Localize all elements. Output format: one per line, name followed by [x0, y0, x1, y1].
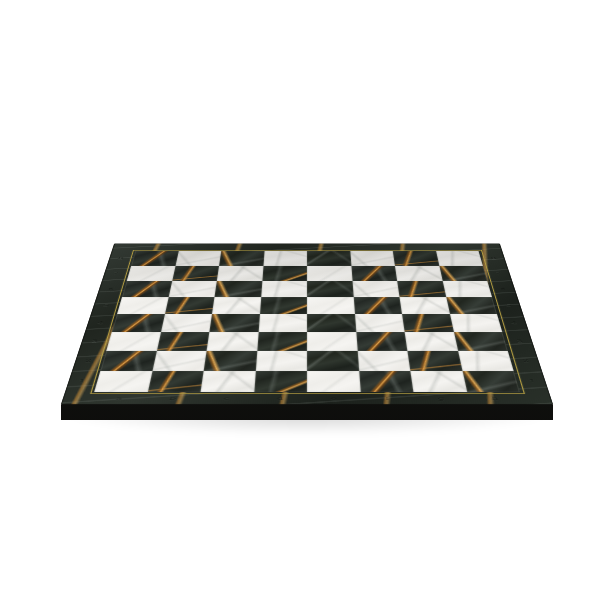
square-f4	[355, 314, 405, 332]
rank-label-3: 3	[80, 332, 109, 351]
square-e1	[307, 371, 360, 392]
square-g4	[402, 314, 453, 332]
rank-label-8: 8	[481, 251, 506, 266]
square-b3	[156, 332, 209, 351]
square-a8	[131, 251, 178, 266]
square-a1	[94, 371, 152, 392]
square-a6	[122, 281, 172, 297]
square-b7	[172, 266, 219, 281]
square-d1	[254, 371, 307, 392]
square-g5	[400, 297, 450, 314]
file-label-a: a	[91, 393, 148, 404]
square-b2	[152, 351, 207, 371]
square-a4	[112, 314, 165, 332]
file-label-g: g	[414, 393, 470, 404]
square-c5	[212, 297, 261, 314]
square-d2	[255, 351, 307, 371]
square-h3	[453, 332, 507, 351]
square-e7	[307, 266, 352, 281]
rank-label-4: 4	[500, 314, 528, 332]
square-f6	[352, 281, 399, 297]
square-a5	[117, 297, 168, 314]
rank-label-4: 4	[86, 314, 114, 332]
square-h2	[458, 351, 514, 371]
square-h4	[450, 314, 503, 332]
square-a2	[100, 351, 156, 371]
square-f5	[353, 297, 402, 314]
file-label-c: c	[199, 393, 254, 404]
square-b4	[161, 314, 212, 332]
square-g7	[395, 266, 442, 281]
square-g3	[405, 332, 458, 351]
rank-label-6: 6	[98, 281, 124, 297]
square-d3	[257, 332, 307, 351]
square-d6	[261, 281, 307, 297]
square-b6	[168, 281, 217, 297]
square-c8	[219, 251, 264, 266]
square-f7	[351, 266, 397, 281]
square-h5	[446, 297, 497, 314]
square-h7	[439, 266, 487, 281]
square-d7	[262, 266, 307, 281]
square-f1	[359, 371, 414, 392]
rank-label-5: 5	[495, 297, 522, 314]
rank-label-1: 1	[66, 371, 97, 392]
square-a3	[106, 332, 160, 351]
square-e2	[307, 351, 359, 371]
rank-label-7: 7	[103, 266, 128, 281]
square-a7	[127, 266, 175, 281]
file-label-b: b	[145, 393, 201, 404]
rank-label-2: 2	[73, 351, 103, 371]
chessboard: 87654321 87654321 abcdefgh	[61, 243, 553, 404]
file-label-h: h	[467, 393, 524, 404]
rank-label-2: 2	[511, 351, 541, 371]
square-b1	[147, 371, 203, 392]
chessboard-squares	[94, 251, 520, 392]
square-d4	[258, 314, 307, 332]
square-c6	[214, 281, 261, 297]
file-label-f: f	[360, 393, 415, 404]
square-c4	[209, 314, 259, 332]
square-d5	[260, 297, 308, 314]
rank-label-7: 7	[486, 266, 511, 281]
square-e5	[307, 297, 355, 314]
square-g6	[397, 281, 446, 297]
square-c1	[201, 371, 256, 392]
square-f3	[356, 332, 408, 351]
rank-label-1: 1	[517, 371, 548, 392]
square-g8	[393, 251, 439, 266]
square-b8	[175, 251, 221, 266]
square-c2	[204, 351, 257, 371]
square-h8	[436, 251, 483, 266]
file-label-d: d	[253, 393, 307, 404]
square-e4	[307, 314, 356, 332]
rank-label-6: 6	[490, 281, 516, 297]
square-c7	[217, 266, 263, 281]
file-label-e: e	[307, 393, 361, 404]
square-h1	[462, 371, 520, 392]
square-c3	[207, 332, 259, 351]
board-scene: 87654321 87654321 abcdefgh	[91, 98, 523, 530]
rank-label-3: 3	[505, 332, 534, 351]
rank-label-5: 5	[92, 297, 119, 314]
square-f8	[350, 251, 395, 266]
square-d8	[263, 251, 307, 266]
square-g1	[410, 371, 466, 392]
file-labels-bottom: abcdefgh	[91, 393, 524, 404]
square-h6	[442, 281, 492, 297]
square-b5	[165, 297, 215, 314]
square-e6	[307, 281, 353, 297]
square-e8	[307, 251, 351, 266]
rank-label-8: 8	[108, 251, 133, 266]
square-f2	[357, 351, 410, 371]
square-e3	[307, 332, 357, 351]
square-g2	[407, 351, 462, 371]
